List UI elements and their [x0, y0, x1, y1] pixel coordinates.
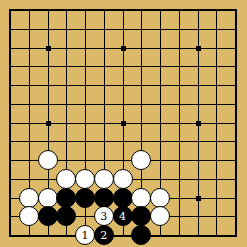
- star-point: [196, 121, 201, 126]
- star-point: [196, 46, 201, 51]
- black-stone: [38, 206, 58, 226]
- white-stone: [19, 206, 39, 226]
- grid-line-vertical: [235, 10, 236, 236]
- white-stone: [56, 169, 76, 189]
- grid-line-vertical: [179, 10, 180, 236]
- black-stone-move-2: 2: [94, 225, 114, 245]
- white-stone: [38, 188, 58, 208]
- white-stone-move-3: 3: [94, 206, 114, 226]
- black-stone: [131, 206, 151, 226]
- go-board: 3412: [0, 0, 247, 247]
- black-stone: [75, 188, 95, 208]
- white-stone: [131, 188, 151, 208]
- grid-line-vertical: [216, 10, 217, 236]
- grid-line-horizontal: [10, 235, 236, 236]
- black-stone: [131, 225, 151, 245]
- star-point: [46, 121, 51, 126]
- white-stone: [19, 188, 39, 208]
- black-stone: [56, 188, 76, 208]
- white-stone: [150, 188, 170, 208]
- black-stone: [113, 188, 133, 208]
- white-stone: [131, 150, 151, 170]
- white-stone: [113, 169, 133, 189]
- board-grid: 3412: [10, 10, 235, 235]
- white-stone: [38, 150, 58, 170]
- star-point: [46, 46, 51, 51]
- star-point: [196, 196, 201, 201]
- white-stone: [94, 169, 114, 189]
- star-point: [121, 46, 126, 51]
- black-stone: [56, 206, 76, 226]
- star-point: [121, 121, 126, 126]
- black-stone: [94, 188, 114, 208]
- black-stone-move-4: 4: [113, 206, 133, 226]
- white-stone-move-1: 1: [75, 225, 95, 245]
- grid-line-horizontal: [10, 141, 236, 142]
- white-stone: [75, 169, 95, 189]
- white-stone: [150, 206, 170, 226]
